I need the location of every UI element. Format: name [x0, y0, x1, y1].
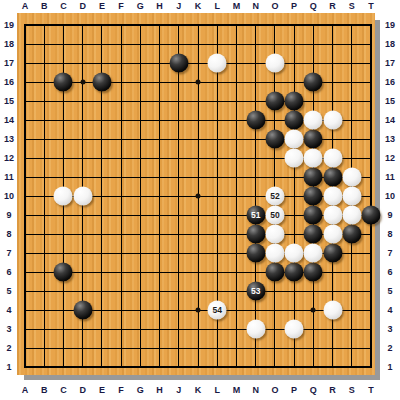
black-stone [73, 301, 92, 320]
row-label-left: 16 [4, 78, 14, 87]
black-stone [304, 187, 323, 206]
column-label-bottom: Q [310, 386, 317, 395]
column-label-bottom: M [233, 386, 241, 395]
row-label-left: 14 [4, 116, 14, 125]
row-label-right: 4 [387, 306, 392, 315]
black-stone [92, 73, 111, 92]
column-label-bottom: B [41, 386, 48, 395]
column-label-top: H [156, 2, 163, 11]
black-stone [304, 206, 323, 225]
white-stone [208, 54, 227, 73]
row-label-right: 1 [387, 363, 392, 372]
column-label-bottom: E [99, 386, 105, 395]
white-stone [323, 149, 342, 168]
column-label-top: P [291, 2, 297, 11]
white-stone [246, 320, 265, 339]
white-stone [304, 111, 323, 130]
row-label-right: 15 [385, 97, 395, 106]
white-stone [342, 187, 361, 206]
black-stone [265, 263, 284, 282]
row-label-left: 8 [6, 230, 11, 239]
row-label-left: 19 [4, 21, 14, 30]
row-label-right: 9 [387, 211, 392, 220]
white-stone [285, 130, 304, 149]
row-label-right: 6 [387, 268, 392, 277]
white-stone [342, 206, 361, 225]
white-stone [323, 187, 342, 206]
row-label-left: 13 [4, 135, 14, 144]
white-stone [304, 244, 323, 263]
star-point [196, 308, 201, 313]
column-label-top: S [349, 2, 355, 11]
row-label-right: 10 [385, 192, 395, 201]
black-stone [265, 92, 284, 111]
column-label-bottom: D [79, 386, 86, 395]
column-label-top: K [195, 2, 202, 11]
star-point [80, 80, 85, 85]
column-label-bottom: J [176, 386, 181, 395]
move-number-stone: 50 [265, 206, 284, 225]
column-label-bottom: N [252, 386, 259, 395]
black-stone [169, 54, 188, 73]
column-label-top: B [41, 2, 48, 11]
row-label-right: 5 [387, 287, 392, 296]
move-number-stone: 51 [246, 206, 265, 225]
black-stone [304, 168, 323, 187]
white-stone [323, 225, 342, 244]
white-stone [323, 111, 342, 130]
black-stone [285, 263, 304, 282]
black-stone [246, 225, 265, 244]
move-number-stone: 52 [265, 187, 284, 206]
move-number-stone: 53 [246, 282, 265, 301]
row-label-right: 11 [385, 173, 395, 182]
black-stone [285, 92, 304, 111]
black-stone [304, 263, 323, 282]
white-stone [285, 149, 304, 168]
row-label-right: 16 [385, 78, 395, 87]
column-label-top: L [214, 2, 220, 11]
row-label-right: 8 [387, 230, 392, 239]
row-label-right: 7 [387, 249, 392, 258]
white-stone [265, 225, 284, 244]
column-label-top: A [22, 2, 29, 11]
column-label-top: Q [310, 2, 317, 11]
white-stone [323, 301, 342, 320]
row-label-left: 3 [6, 325, 11, 334]
row-label-left: 1 [6, 363, 11, 372]
row-label-right: 12 [385, 154, 395, 163]
row-label-right: 2 [387, 344, 392, 353]
row-label-left: 2 [6, 344, 11, 353]
black-stone [285, 111, 304, 130]
white-stone [285, 320, 304, 339]
row-label-left: 10 [4, 192, 14, 201]
column-label-bottom: F [118, 386, 124, 395]
white-stone [323, 206, 342, 225]
go-diagram: 5153525054AABBCCDDEEFFGGHHJJKKLLMMNNOOPP… [0, 0, 400, 400]
black-stone [304, 225, 323, 244]
column-label-top: T [368, 2, 374, 11]
black-stone [246, 111, 265, 130]
white-stone [265, 244, 284, 263]
column-label-bottom: K [195, 386, 202, 395]
black-stone [362, 206, 381, 225]
column-label-top: N [252, 2, 259, 11]
row-label-left: 5 [6, 287, 11, 296]
black-stone [54, 73, 73, 92]
column-label-top: D [79, 2, 86, 11]
column-label-bottom: P [291, 386, 297, 395]
column-label-bottom: H [156, 386, 163, 395]
white-stone [54, 187, 73, 206]
column-label-bottom: O [271, 386, 278, 395]
star-point [311, 308, 316, 313]
black-stone [54, 263, 73, 282]
black-stone [304, 130, 323, 149]
black-stone [265, 130, 284, 149]
row-label-right: 3 [387, 325, 392, 334]
column-label-bottom: C [60, 386, 67, 395]
row-label-right: 19 [385, 21, 395, 30]
column-label-bottom: G [137, 386, 144, 395]
black-stone [323, 244, 342, 263]
row-label-left: 9 [6, 211, 11, 220]
white-stone [304, 149, 323, 168]
white-stone [342, 168, 361, 187]
row-label-left: 12 [4, 154, 14, 163]
row-label-right: 14 [385, 116, 395, 125]
column-label-top: M [233, 2, 241, 11]
row-label-right: 13 [385, 135, 395, 144]
column-label-bottom: R [329, 386, 336, 395]
column-label-top: J [176, 2, 181, 11]
black-stone [246, 244, 265, 263]
row-label-left: 6 [6, 268, 11, 277]
star-point [196, 194, 201, 199]
column-label-bottom: A [22, 386, 29, 395]
white-stone [285, 244, 304, 263]
row-label-left: 15 [4, 97, 14, 106]
column-label-bottom: T [368, 386, 374, 395]
column-label-bottom: S [349, 386, 355, 395]
black-stone [304, 73, 323, 92]
row-label-left: 11 [4, 173, 14, 182]
column-label-top: F [118, 2, 124, 11]
column-label-top: G [137, 2, 144, 11]
column-label-top: E [99, 2, 105, 11]
black-stone [323, 168, 342, 187]
white-stone [265, 54, 284, 73]
row-label-left: 17 [4, 59, 14, 68]
star-point [196, 80, 201, 85]
row-label-left: 18 [4, 40, 14, 49]
row-label-right: 18 [385, 40, 395, 49]
row-label-left: 7 [6, 249, 11, 258]
row-label-left: 4 [6, 306, 11, 315]
column-label-bottom: L [214, 386, 220, 395]
move-number-stone: 54 [208, 301, 227, 320]
column-label-top: R [329, 2, 336, 11]
white-stone [73, 187, 92, 206]
column-label-top: O [271, 2, 278, 11]
row-label-right: 17 [385, 59, 395, 68]
black-stone [342, 225, 361, 244]
column-label-top: C [60, 2, 67, 11]
